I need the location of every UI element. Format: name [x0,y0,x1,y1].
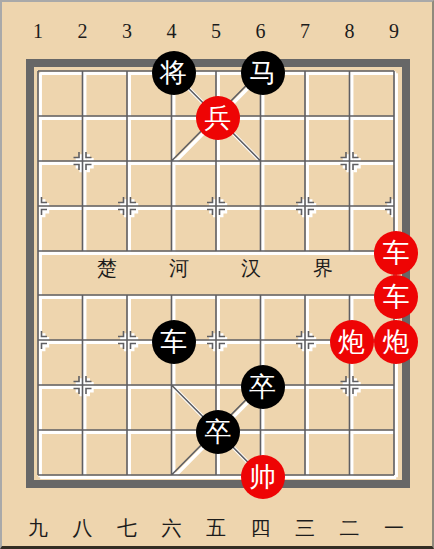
bottom-coordinates: 九 八 七 六 五 四 三 二 一 [16,515,417,541]
file-label-bottom: 八 [60,515,105,541]
red-chariot[interactable]: 车 [374,231,418,275]
file-label-bottom: 一 [372,515,417,541]
piece-glyph: 马 [249,51,276,95]
piece-glyph: 炮 [383,320,410,364]
red-chariot[interactable]: 车 [374,275,418,319]
piece-glyph: 帅 [249,455,276,499]
piece-glyph: 车 [383,275,410,319]
file-label-bottom: 九 [16,515,61,541]
black-soldier[interactable]: 卒 [196,410,240,454]
piece-glyph: 卒 [249,365,276,409]
river: 楚 河 汉 界 [71,253,359,283]
black-chariot[interactable]: 车 [152,320,196,364]
river-label: 界 [287,253,359,283]
red-soldier[interactable]: 兵 [196,96,240,140]
file-label-top: 6 [238,18,283,44]
red-cannon[interactable]: 炮 [330,320,374,364]
file-label-bottom: 五 [194,515,239,541]
black-soldier[interactable]: 卒 [241,365,285,409]
file-label-bottom: 二 [327,515,372,541]
file-label-bottom: 六 [149,515,194,541]
piece-glyph: 将 [160,51,187,95]
red-cannon[interactable]: 炮 [374,320,418,364]
file-label-top: 8 [327,18,372,44]
piece-glyph: 炮 [338,320,365,364]
file-label-top: 1 [16,18,61,44]
piece-glyph: 兵 [205,96,232,140]
piece-glyph: 卒 [205,410,232,454]
file-label-top: 2 [60,18,105,44]
file-label-top: 3 [105,18,150,44]
file-label-top: 4 [149,18,194,44]
file-label-bottom: 四 [238,515,283,541]
piece-glyph: 车 [383,231,410,275]
river-label: 河 [143,253,215,283]
red-general[interactable]: 帅 [241,455,285,499]
file-label-top: 7 [283,18,328,44]
file-label-bottom: 七 [105,515,150,541]
file-label-bottom: 三 [283,515,328,541]
file-label-top: 5 [194,18,239,44]
top-coordinates: 1 2 3 4 5 6 7 8 9 [16,18,417,44]
black-horse[interactable]: 马 [241,51,285,95]
river-label: 汉 [215,253,287,283]
piece-glyph: 车 [160,320,187,364]
river-label: 楚 [71,253,143,283]
black-general[interactable]: 将 [152,51,196,95]
xiangqi-board-screen: 1 2 3 4 5 6 7 8 9 楚 河 汉 界 将马兵车车车炮炮卒卒帅 九 … [0,0,434,549]
file-label-top: 9 [372,18,417,44]
